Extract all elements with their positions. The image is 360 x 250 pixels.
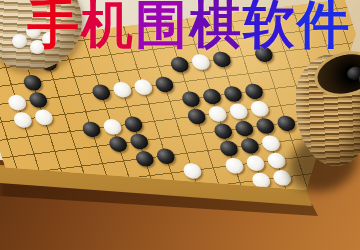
white-stone — [33, 109, 55, 126]
black-stone — [153, 76, 175, 93]
black-stone — [180, 90, 202, 107]
white-stone — [260, 135, 282, 152]
white-stone — [12, 111, 34, 128]
black-stone — [27, 91, 49, 108]
white-stone — [223, 157, 245, 174]
black-stone — [239, 137, 261, 154]
black-stone — [134, 150, 156, 167]
title-char: 机 — [81, 0, 135, 52]
white-stone — [190, 53, 212, 70]
white-stone — [207, 105, 229, 122]
black-stone — [254, 117, 276, 134]
white-stone — [12, 34, 27, 48]
white-stone — [102, 118, 124, 135]
white-stone — [6, 94, 28, 111]
title-char: 围 — [135, 0, 189, 52]
black-stone — [123, 116, 145, 133]
black-stone — [275, 115, 297, 132]
white-stone — [249, 100, 271, 117]
white-stone — [181, 162, 203, 179]
title-char: 件 — [297, 0, 351, 52]
black-stone — [186, 108, 208, 125]
app-title: 手机围棋软件 — [27, 0, 351, 52]
white-stone — [111, 81, 133, 98]
black-stone — [155, 148, 177, 165]
black-stone — [128, 133, 150, 150]
black-stone — [169, 56, 191, 73]
white-stone — [132, 78, 154, 95]
title-char: 软 — [243, 0, 297, 52]
white-stone — [266, 152, 288, 169]
title-char: 手 — [27, 0, 81, 52]
black-stone — [243, 83, 265, 100]
black-stone — [90, 84, 112, 101]
black-stone — [233, 120, 255, 137]
black-stone — [22, 74, 44, 91]
black-stone — [212, 122, 234, 139]
black-stone — [107, 135, 129, 152]
black-stone — [201, 88, 223, 105]
white-stone — [228, 103, 250, 120]
black-stone — [218, 140, 240, 157]
title-char: 棋 — [189, 0, 243, 52]
black-stone — [222, 85, 244, 102]
black-stone — [80, 121, 102, 138]
go-app-splash: 手机围棋软件 — [0, 0, 360, 250]
white-stone — [245, 154, 267, 171]
